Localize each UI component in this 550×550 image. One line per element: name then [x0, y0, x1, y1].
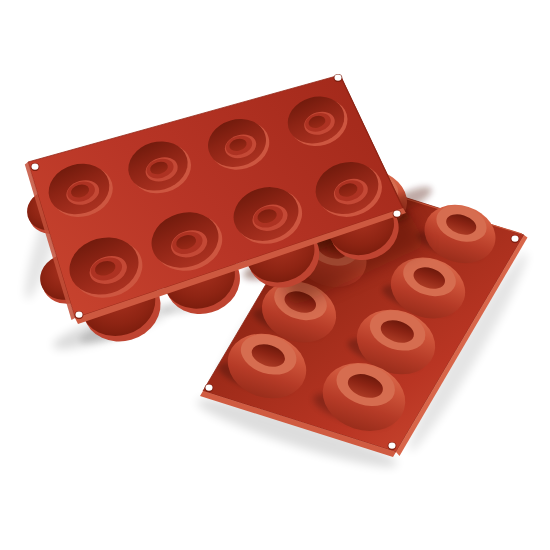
mold-screw-hole [31, 163, 40, 171]
mold-screw-hole [388, 442, 397, 450]
silicone-molds-illustration [0, 0, 550, 550]
product-photo [0, 0, 550, 550]
mold-screw-hole [75, 311, 84, 319]
mold-screw-hole [205, 384, 214, 392]
mold-screw-hole [393, 210, 402, 218]
mold-screw-hole [511, 235, 520, 243]
mold-screw-hole [334, 74, 343, 82]
